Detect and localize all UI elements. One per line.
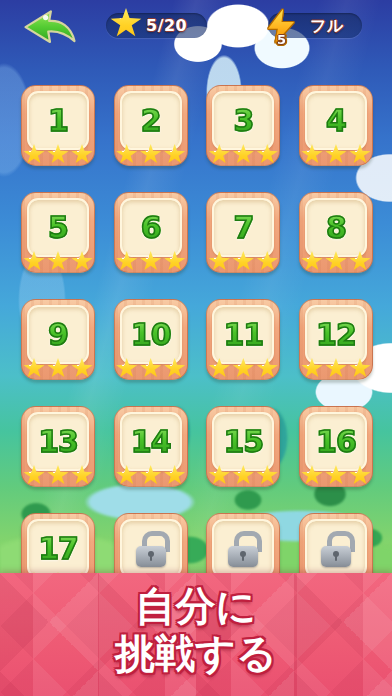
star-icon bbox=[232, 465, 254, 486]
level-number: 10 bbox=[131, 317, 171, 352]
level-tile-10[interactable]: 10 bbox=[114, 299, 188, 380]
level-stars bbox=[207, 251, 279, 271]
star-icon bbox=[164, 251, 186, 272]
star-icon bbox=[232, 144, 254, 165]
star-icon bbox=[208, 144, 230, 165]
level-tile-1[interactable]: 1 bbox=[21, 85, 95, 166]
level-stars bbox=[207, 144, 279, 164]
level-tile-16[interactable]: 16 bbox=[299, 406, 373, 487]
star-icon bbox=[23, 358, 45, 379]
top-bar: 5/20 5 フル bbox=[0, 0, 392, 52]
star-icon bbox=[232, 251, 254, 272]
star-icon bbox=[256, 144, 278, 165]
level-tile-15[interactable]: 15 bbox=[206, 406, 280, 487]
star-icon bbox=[116, 251, 138, 272]
star-icon bbox=[71, 465, 93, 486]
star-icon bbox=[164, 358, 186, 379]
level-stars bbox=[22, 251, 94, 271]
star-icon bbox=[301, 251, 323, 272]
star-icon bbox=[140, 465, 162, 486]
star-icon bbox=[256, 465, 278, 486]
star-icon bbox=[164, 465, 186, 486]
level-tile-7[interactable]: 7 bbox=[206, 192, 280, 273]
star-icon bbox=[349, 251, 371, 272]
star-icon bbox=[47, 465, 69, 486]
level-tile-14[interactable]: 14 bbox=[114, 406, 188, 487]
level-number: 14 bbox=[131, 424, 171, 459]
star-icon bbox=[110, 8, 142, 39]
level-tile-2[interactable]: 2 bbox=[114, 85, 188, 166]
star-counter-pill[interactable]: 5/20 bbox=[106, 13, 207, 38]
level-stars bbox=[207, 465, 279, 485]
level-number: 17 bbox=[38, 531, 78, 566]
star-icon bbox=[325, 358, 347, 379]
level-number: 12 bbox=[316, 317, 356, 352]
level-stars bbox=[300, 465, 372, 485]
star-icon bbox=[47, 144, 69, 165]
level-number: 16 bbox=[316, 424, 356, 459]
level-tile-12[interactable]: 12 bbox=[299, 299, 373, 380]
level-number: 8 bbox=[326, 210, 346, 245]
star-icon bbox=[23, 251, 45, 272]
star-icon bbox=[47, 358, 69, 379]
lightning-icon: 5 bbox=[268, 9, 296, 45]
star-icon bbox=[71, 144, 93, 165]
level-tile-8[interactable]: 8 bbox=[299, 192, 373, 273]
star-icon bbox=[301, 358, 323, 379]
level-stars bbox=[115, 251, 187, 271]
level-stars bbox=[22, 358, 94, 378]
star-icon bbox=[301, 144, 323, 165]
energy-label: フル bbox=[310, 13, 344, 38]
level-stars bbox=[115, 465, 187, 485]
level-stars bbox=[300, 251, 372, 271]
star-icon bbox=[140, 251, 162, 272]
star-icon bbox=[208, 465, 230, 486]
star-icon bbox=[71, 358, 93, 379]
star-icon bbox=[301, 465, 323, 486]
level-number: 9 bbox=[48, 317, 68, 352]
star-icon bbox=[71, 251, 93, 272]
banner-text: 自分に 挑戦する bbox=[0, 583, 392, 677]
star-icon bbox=[325, 144, 347, 165]
star-icon bbox=[23, 465, 45, 486]
level-stars bbox=[115, 144, 187, 164]
star-icon bbox=[232, 358, 254, 379]
star-icon bbox=[349, 358, 371, 379]
banner-line1: 自分に bbox=[0, 583, 392, 630]
level-number: 13 bbox=[38, 424, 78, 459]
lock-icon bbox=[228, 531, 258, 567]
level-tile-11[interactable]: 11 bbox=[206, 299, 280, 380]
star-icon bbox=[349, 465, 371, 486]
level-number: 2 bbox=[141, 103, 161, 138]
challenge-banner[interactable]: 自分に 挑戦する bbox=[0, 573, 392, 696]
level-number: 1 bbox=[48, 103, 68, 138]
star-counter-value: 5/20 bbox=[146, 13, 187, 38]
level-tile-9[interactable]: 9 bbox=[21, 299, 95, 380]
level-tile-13[interactable]: 13 bbox=[21, 406, 95, 487]
banner-line2: 挑戦する bbox=[0, 630, 392, 677]
game-screen: 5/20 5 フル 1 2 3 4 5 bbox=[0, 0, 392, 696]
level-number: 7 bbox=[233, 210, 253, 245]
level-tile-5[interactable]: 5 bbox=[21, 192, 95, 273]
star-icon bbox=[140, 144, 162, 165]
star-icon bbox=[256, 358, 278, 379]
level-number: 4 bbox=[326, 103, 346, 138]
star-icon bbox=[116, 358, 138, 379]
level-grid: 1 2 3 4 5 6 7 8 bbox=[21, 85, 371, 594]
level-number: 3 bbox=[233, 103, 253, 138]
level-stars bbox=[115, 358, 187, 378]
level-stars bbox=[22, 144, 94, 164]
energy-count: 5 bbox=[277, 32, 286, 47]
level-stars bbox=[22, 465, 94, 485]
level-number: 6 bbox=[141, 210, 161, 245]
level-tile-6[interactable]: 6 bbox=[114, 192, 188, 273]
star-icon bbox=[23, 144, 45, 165]
back-button[interactable] bbox=[22, 8, 78, 48]
star-icon bbox=[47, 251, 69, 272]
star-icon bbox=[208, 251, 230, 272]
level-number: 15 bbox=[223, 424, 263, 459]
level-stars bbox=[207, 358, 279, 378]
star-icon bbox=[116, 144, 138, 165]
star-icon bbox=[164, 144, 186, 165]
star-icon bbox=[349, 144, 371, 165]
level-stars bbox=[300, 144, 372, 164]
lock-icon bbox=[321, 531, 351, 567]
star-icon bbox=[256, 251, 278, 272]
energy-pill[interactable]: 5 フル bbox=[268, 13, 362, 38]
level-number: 5 bbox=[48, 210, 68, 245]
star-icon bbox=[325, 465, 347, 486]
star-icon bbox=[325, 251, 347, 272]
level-tile-4[interactable]: 4 bbox=[299, 85, 373, 166]
lock-icon bbox=[136, 531, 166, 567]
back-arrow-icon bbox=[22, 8, 78, 48]
level-number: 11 bbox=[223, 317, 263, 352]
star-icon bbox=[208, 358, 230, 379]
star-icon bbox=[140, 358, 162, 379]
level-stars bbox=[300, 358, 372, 378]
level-tile-3[interactable]: 3 bbox=[206, 85, 280, 166]
star-icon bbox=[116, 465, 138, 486]
